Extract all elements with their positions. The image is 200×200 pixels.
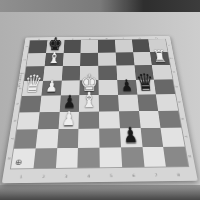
- square-f2[interactable]: ♟: [120, 128, 142, 147]
- square-f5[interactable]: ♟: [117, 79, 137, 94]
- board-perspective-wrap: abcdefgh 12345678 12345678 12345678 DV C…: [2, 36, 198, 183]
- square-b1[interactable]: [33, 148, 57, 168]
- square-g4[interactable]: [137, 94, 158, 110]
- coord-label: 2: [42, 174, 45, 179]
- square-f7[interactable]: [115, 52, 134, 65]
- square-e7[interactable]: [98, 52, 116, 65]
- piece-white-pawn[interactable]: ♟: [45, 80, 58, 96]
- square-b5[interactable]: ♟: [41, 80, 61, 95]
- coord-label: 6: [132, 173, 135, 178]
- square-d2[interactable]: [78, 129, 99, 148]
- background-top-shadow: [0, 0, 200, 12]
- square-a8[interactable]: [28, 40, 47, 53]
- square-b2[interactable]: [35, 129, 58, 148]
- square-f8[interactable]: [115, 40, 133, 53]
- square-a5[interactable]: ♛: [22, 80, 43, 95]
- piece-white-pawn[interactable]: ♟: [62, 110, 76, 129]
- square-a7[interactable]: [26, 53, 45, 67]
- square-f1[interactable]: [121, 147, 144, 167]
- square-h4[interactable]: [156, 94, 178, 110]
- coord-label: 8: [7, 157, 12, 159]
- square-e6[interactable]: [98, 66, 117, 80]
- coord-label: 4: [18, 87, 22, 89]
- square-e3[interactable]: [99, 111, 120, 129]
- piece-black-pawn[interactable]: ♟: [121, 79, 134, 95]
- coord-label: 2: [23, 59, 27, 60]
- coords-bottom: 12345678: [9, 172, 190, 180]
- photo-content: abcdefgh 12345678 12345678 12345678 DV C…: [0, 0, 200, 200]
- board-logo-emblem: ⊕: [14, 158, 22, 167]
- square-f4[interactable]: [118, 95, 139, 111]
- piece-white-bishop[interactable]: ♝: [81, 89, 97, 111]
- photo-frame: abcdefgh 12345678 12345678 12345678 DV C…: [0, 0, 200, 200]
- square-c3[interactable]: ♟: [58, 111, 79, 129]
- coord-label: 1: [167, 45, 171, 46]
- piece-white-queen[interactable]: ♛: [22, 72, 43, 96]
- coord-label: 6: [180, 118, 185, 120]
- piece-white-rook[interactable]: ♜: [152, 48, 168, 65]
- coord-label: 4: [87, 173, 90, 178]
- coord-label: 3: [65, 174, 68, 179]
- coord-label: 6: [13, 120, 18, 122]
- coord-label: 2: [169, 57, 173, 58]
- square-c7[interactable]: [62, 53, 80, 66]
- square-h2[interactable]: [161, 128, 185, 147]
- coord-label: 7: [154, 172, 157, 177]
- square-g5[interactable]: ♛: [135, 79, 156, 94]
- square-c1[interactable]: [55, 147, 78, 167]
- square-b3[interactable]: [38, 112, 60, 130]
- square-c8[interactable]: [63, 40, 81, 53]
- board-grid: ♚♝♜♛♟♚♟♛♟♝♟♟: [11, 39, 188, 168]
- square-c2[interactable]: [57, 129, 79, 148]
- coord-label: 5: [15, 103, 20, 105]
- piece-white-bishop[interactable]: ♝: [47, 50, 61, 66]
- square-e2[interactable]: [99, 128, 121, 147]
- square-d4[interactable]: ♝: [79, 95, 99, 111]
- square-e8[interactable]: [98, 40, 116, 53]
- square-d8[interactable]: [81, 40, 98, 53]
- square-e5[interactable]: [98, 80, 117, 95]
- square-g3[interactable]: [139, 111, 161, 129]
- board-brand-text: DV CHESS: [18, 72, 24, 86]
- chess-board-mat: abcdefgh 12345678 12345678 12345678 DV C…: [2, 36, 198, 183]
- square-d1[interactable]: [78, 147, 100, 167]
- square-g8[interactable]: [132, 39, 151, 52]
- square-h3[interactable]: [158, 110, 181, 128]
- coord-label: 5: [110, 173, 113, 178]
- coord-label: 4: [174, 86, 178, 88]
- coord-label: 8: [187, 155, 192, 157]
- coord-label: 1: [19, 174, 22, 179]
- coord-label: 7: [10, 138, 15, 140]
- square-e4[interactable]: [99, 95, 119, 111]
- piece-black-pawn[interactable]: ♟: [123, 125, 139, 147]
- square-d7[interactable]: [80, 52, 98, 65]
- square-a4[interactable]: [20, 96, 42, 112]
- coord-label: 8: [177, 172, 181, 177]
- coord-label: 1: [25, 46, 29, 47]
- coord-label: 7: [184, 136, 189, 138]
- square-d3[interactable]: [79, 111, 100, 129]
- square-h1[interactable]: [163, 146, 188, 166]
- square-e1[interactable]: [99, 147, 121, 167]
- background-bottom-shadow: [0, 185, 200, 200]
- square-g7[interactable]: [133, 52, 152, 65]
- square-a3[interactable]: [17, 112, 40, 130]
- coord-label: 3: [172, 71, 176, 73]
- square-g1[interactable]: [142, 146, 166, 166]
- coord-label: 5: [177, 101, 182, 103]
- piece-black-queen[interactable]: ♛: [135, 71, 156, 95]
- square-b7[interactable]: ♝: [44, 53, 63, 67]
- square-h5[interactable]: [154, 79, 175, 94]
- square-c6[interactable]: [61, 66, 80, 80]
- square-a2[interactable]: [14, 129, 37, 148]
- square-g2[interactable]: [140, 128, 163, 147]
- square-b4[interactable]: [39, 95, 60, 111]
- square-h7[interactable]: ♜: [150, 52, 170, 65]
- square-h6[interactable]: [152, 65, 172, 79]
